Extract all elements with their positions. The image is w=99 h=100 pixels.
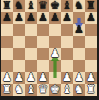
square-a7[interactable]: ♟ (1, 12, 13, 24)
white-pawn[interactable]: ♟ (49, 48, 61, 60)
black-pawn[interactable]: ♟ (61, 12, 73, 24)
square-h5[interactable] (85, 36, 97, 48)
chess-board: ♜♞♝♛♚♝♞♜♟♟♟♟♟♟♟♟♟♟♟♟♟♟♟♟♜♞♝♛♚♝♞♜ (1, 0, 97, 96)
white-knight[interactable]: ♞ (13, 84, 25, 96)
square-f4[interactable] (61, 48, 73, 60)
square-e1[interactable]: ♚ (49, 84, 61, 96)
square-b4[interactable] (13, 48, 25, 60)
square-e7[interactable]: ♟ (49, 12, 61, 24)
white-queen[interactable]: ♛ (37, 84, 49, 96)
white-knight[interactable]: ♞ (73, 84, 85, 96)
square-h4[interactable] (85, 48, 97, 60)
square-b7[interactable]: ♟ (13, 12, 25, 24)
square-a1[interactable]: ♜ (1, 84, 13, 96)
black-pawn[interactable]: ♟ (49, 12, 61, 24)
square-e4[interactable]: ♟ (49, 48, 61, 60)
black-pawn[interactable]: ♟ (85, 12, 97, 24)
black-knight[interactable]: ♞ (73, 0, 85, 12)
square-g1[interactable]: ♞ (73, 84, 85, 96)
square-b5[interactable] (13, 36, 25, 48)
square-d6[interactable] (37, 24, 49, 36)
white-bishop[interactable]: ♝ (25, 84, 37, 96)
black-pawn[interactable]: ♟ (13, 12, 25, 24)
square-f7[interactable]: ♟ (61, 12, 73, 24)
white-rook[interactable]: ♜ (85, 84, 97, 96)
square-g4[interactable] (73, 48, 85, 60)
white-bishop[interactable]: ♝ (61, 84, 73, 96)
square-d5[interactable] (37, 36, 49, 48)
square-b1[interactable]: ♞ (13, 84, 25, 96)
square-c6[interactable] (25, 24, 37, 36)
square-h1[interactable]: ♜ (85, 84, 97, 96)
square-b6[interactable] (13, 24, 25, 36)
square-e3[interactable] (49, 60, 61, 72)
white-rook[interactable]: ♜ (1, 84, 13, 96)
board-grid: ♜♞♝♛♚♝♞♜♟♟♟♟♟♟♟♟♟♟♟♟♟♟♟♟♜♞♝♛♚♝♞♜ (1, 0, 97, 96)
square-g6[interactable]: ♟ (73, 24, 85, 36)
black-pawn[interactable]: ♟ (37, 12, 49, 24)
square-a5[interactable] (1, 36, 13, 48)
square-a6[interactable] (1, 24, 13, 36)
square-f5[interactable] (61, 36, 73, 48)
square-g8[interactable]: ♞ (73, 0, 85, 12)
square-d7[interactable]: ♟ (37, 12, 49, 24)
square-c4[interactable] (25, 48, 37, 60)
square-c5[interactable] (25, 36, 37, 48)
square-c7[interactable]: ♟ (25, 12, 37, 24)
black-pawn[interactable]: ♟ (1, 12, 13, 24)
square-e6[interactable] (49, 24, 61, 36)
white-king[interactable]: ♚ (49, 84, 61, 96)
black-pawn[interactable]: ♟ (25, 12, 37, 24)
square-g5[interactable] (73, 36, 85, 48)
square-d4[interactable] (37, 48, 49, 60)
square-f1[interactable]: ♝ (61, 84, 73, 96)
black-pawn[interactable]: ♟ (73, 24, 85, 36)
square-f6[interactable] (61, 24, 73, 36)
square-d1[interactable]: ♛ (37, 84, 49, 96)
square-h7[interactable]: ♟ (85, 12, 97, 24)
square-h6[interactable] (85, 24, 97, 36)
square-c1[interactable]: ♝ (25, 84, 37, 96)
square-a4[interactable] (1, 48, 13, 60)
